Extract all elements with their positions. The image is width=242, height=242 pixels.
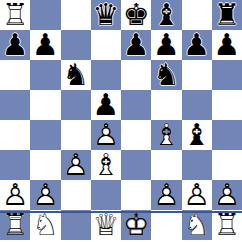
- square-a5[interactable]: [0, 90, 30, 120]
- white-rook-piece[interactable]: ♜♖: [0, 0, 30, 30]
- piece-outline-glyph: ♙: [0, 180, 30, 210]
- square-a6[interactable]: [0, 60, 30, 90]
- white-pawn-piece[interactable]: ♟♙: [30, 180, 60, 210]
- square-d7[interactable]: [91, 30, 121, 60]
- square-g4[interactable]: ♝: [182, 120, 212, 150]
- square-b3[interactable]: [30, 150, 60, 180]
- white-rook-piece[interactable]: ♜♖: [0, 210, 30, 240]
- square-e2[interactable]: [121, 180, 151, 210]
- piece-outline-glyph: ♘: [182, 210, 212, 240]
- white-queen-piece[interactable]: ♛♕: [91, 210, 121, 240]
- piece-outline-glyph: ♖: [0, 0, 30, 30]
- white-knight-piece[interactable]: ♞♘: [30, 210, 60, 240]
- black-pawn-piece[interactable]: ♟: [121, 30, 151, 60]
- piece-outline-glyph: ♗: [151, 120, 181, 150]
- square-a8[interactable]: ♜♖: [0, 0, 30, 30]
- square-g8[interactable]: [182, 0, 212, 30]
- square-h2[interactable]: ♟♙: [212, 180, 242, 210]
- square-d1[interactable]: ♛♕: [91, 210, 121, 240]
- white-pawn-piece[interactable]: ♟♙: [61, 150, 91, 180]
- square-f2[interactable]: ♟♙: [151, 180, 181, 210]
- white-rook-piece[interactable]: ♜♖: [212, 210, 242, 240]
- white-pawn-piece[interactable]: ♟♙: [0, 180, 30, 210]
- square-f6[interactable]: ♞: [151, 60, 181, 90]
- square-a2[interactable]: ♟♙: [0, 180, 30, 210]
- piece-outline-glyph: ♖: [212, 210, 242, 240]
- square-e8[interactable]: ♚: [121, 0, 151, 30]
- square-f5[interactable]: [151, 90, 181, 120]
- square-c5[interactable]: [61, 90, 91, 120]
- piece-outline-glyph: ♙: [91, 120, 121, 150]
- black-pawn-piece[interactable]: ♟: [91, 90, 121, 120]
- square-c1[interactable]: [61, 210, 91, 240]
- square-d2[interactable]: [91, 180, 121, 210]
- square-b4[interactable]: [30, 120, 60, 150]
- square-h8[interactable]: ♜: [212, 0, 242, 30]
- white-pawn-piece[interactable]: ♟♙: [91, 120, 121, 150]
- white-king-piece[interactable]: ♚♔: [121, 210, 151, 240]
- black-pawn-piece[interactable]: ♟: [0, 30, 30, 60]
- square-e4[interactable]: [121, 120, 151, 150]
- black-rook-piece[interactable]: ♜: [212, 0, 242, 30]
- black-bishop-piece[interactable]: ♝: [182, 120, 212, 150]
- black-king-piece[interactable]: ♚: [121, 0, 151, 30]
- piece-outline-glyph: ♙: [30, 180, 60, 210]
- piece-outline-glyph: ♙: [61, 150, 91, 180]
- square-f7[interactable]: ♟: [151, 30, 181, 60]
- square-e7[interactable]: ♟: [121, 30, 151, 60]
- square-e6[interactable]: [121, 60, 151, 90]
- white-knight-piece[interactable]: ♞♘: [182, 210, 212, 240]
- square-f1[interactable]: [151, 210, 181, 240]
- square-h5[interactable]: [212, 90, 242, 120]
- square-h3[interactable]: [212, 150, 242, 180]
- square-e3[interactable]: [121, 150, 151, 180]
- white-bishop-piece[interactable]: ♝♗: [91, 150, 121, 180]
- piece-outline-glyph: ♔: [121, 210, 151, 240]
- square-g7[interactable]: ♟: [182, 30, 212, 60]
- square-g5[interactable]: [182, 90, 212, 120]
- piece-outline-glyph: ♙: [151, 180, 181, 210]
- white-bishop-piece[interactable]: ♝♗: [151, 120, 181, 150]
- black-bishop-piece[interactable]: ♝: [151, 0, 181, 30]
- black-knight-piece[interactable]: ♞: [61, 60, 91, 90]
- square-b8[interactable]: [30, 0, 60, 30]
- black-pawn-piece[interactable]: ♟: [151, 30, 181, 60]
- square-d8[interactable]: ♛: [91, 0, 121, 30]
- square-e1[interactable]: ♚♔: [121, 210, 151, 240]
- piece-outline-glyph: ♘: [30, 210, 60, 240]
- square-c6[interactable]: ♞: [61, 60, 91, 90]
- square-e5[interactable]: [121, 90, 151, 120]
- piece-outline-glyph: ♙: [182, 180, 212, 210]
- square-a4[interactable]: [0, 120, 30, 150]
- square-g6[interactable]: [182, 60, 212, 90]
- square-d5[interactable]: ♟: [91, 90, 121, 120]
- black-pawn-piece[interactable]: ♟: [212, 30, 242, 60]
- chess-board-container: ♜♖♛♚♝♜♟♟♟♟♟♟♞♞♟♟♙♝♗♝♟♙♝♗♟♙♟♙♟♙♟♙♟♙♜♖♞♘♛♕…: [0, 0, 242, 242]
- square-d4[interactable]: ♟♙: [91, 120, 121, 150]
- square-d3[interactable]: ♝♗: [91, 150, 121, 180]
- square-a3[interactable]: [0, 150, 30, 180]
- square-b6[interactable]: [30, 60, 60, 90]
- square-c4[interactable]: [61, 120, 91, 150]
- piece-outline-glyph: ♙: [212, 180, 242, 210]
- square-g2[interactable]: ♟♙: [182, 180, 212, 210]
- square-h1[interactable]: ♜♖: [212, 210, 242, 240]
- piece-outline-glyph: ♖: [0, 210, 30, 240]
- black-pawn-piece[interactable]: ♟: [30, 30, 60, 60]
- square-h7[interactable]: ♟: [212, 30, 242, 60]
- square-f3[interactable]: [151, 150, 181, 180]
- square-f8[interactable]: ♝: [151, 0, 181, 30]
- square-c8[interactable]: [61, 0, 91, 30]
- square-b1[interactable]: ♞♘: [30, 210, 60, 240]
- square-h4[interactable]: [212, 120, 242, 150]
- square-c7[interactable]: [61, 30, 91, 60]
- square-h6[interactable]: [212, 60, 242, 90]
- square-b5[interactable]: [30, 90, 60, 120]
- white-pawn-piece[interactable]: ♟♙: [212, 180, 242, 210]
- square-b7[interactable]: ♟: [30, 30, 60, 60]
- black-knight-piece[interactable]: ♞: [151, 60, 181, 90]
- square-g3[interactable]: [182, 150, 212, 180]
- chess-board: ♜♖♛♚♝♜♟♟♟♟♟♟♞♞♟♟♙♝♗♝♟♙♝♗♟♙♟♙♟♙♟♙♟♙♜♖♞♘♛♕…: [0, 0, 242, 240]
- piece-outline-glyph: ♕: [91, 210, 121, 240]
- white-pawn-piece[interactable]: ♟♙: [151, 180, 181, 210]
- square-c3[interactable]: ♟♙: [61, 150, 91, 180]
- square-g1[interactable]: ♞♘: [182, 210, 212, 240]
- black-queen-piece[interactable]: ♛: [91, 0, 121, 30]
- square-b2[interactable]: ♟♙: [30, 180, 60, 210]
- square-a7[interactable]: ♟: [0, 30, 30, 60]
- square-d6[interactable]: [91, 60, 121, 90]
- square-c2[interactable]: [61, 180, 91, 210]
- piece-outline-glyph: ♗: [91, 150, 121, 180]
- black-pawn-piece[interactable]: ♟: [182, 30, 212, 60]
- square-f4[interactable]: ♝♗: [151, 120, 181, 150]
- square-a1[interactable]: ♜♖: [0, 210, 30, 240]
- white-pawn-piece[interactable]: ♟♙: [182, 180, 212, 210]
